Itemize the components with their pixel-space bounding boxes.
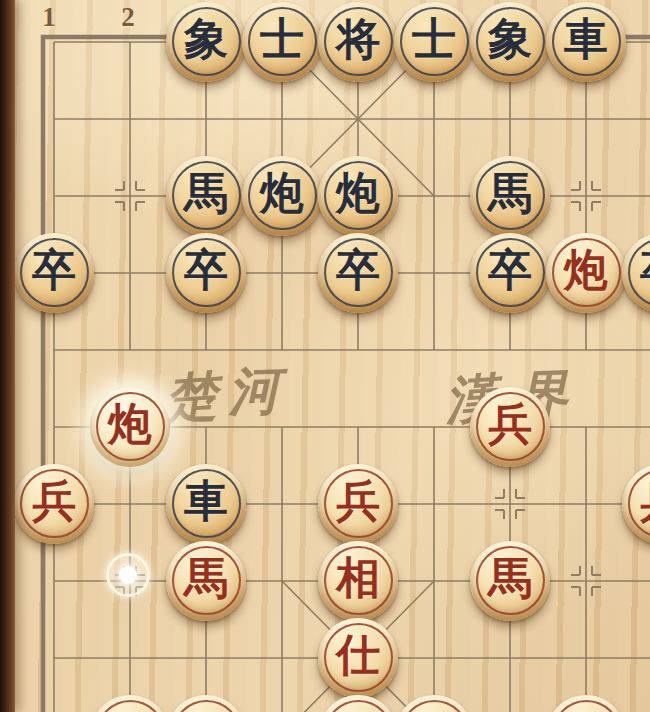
piece-red-soldier[interactable]: 兵 <box>14 464 94 544</box>
piece-character: 卒 <box>14 233 94 307</box>
piece-character: 象 <box>470 2 550 76</box>
piece-black-cannon[interactable]: 炮 <box>318 156 398 236</box>
piece-black-cannon[interactable]: 炮 <box>242 156 322 236</box>
piece-character: 将 <box>318 2 398 76</box>
piece-black-soldier[interactable]: 卒 <box>622 233 650 313</box>
piece-black-general[interactable]: 将 <box>318 2 398 82</box>
target-indicator-core <box>119 566 137 584</box>
piece-black-chariot[interactable]: 車 <box>166 464 246 544</box>
piece-black-soldier[interactable]: 卒 <box>14 233 94 313</box>
piece-red-horse[interactable]: 馬 <box>470 541 550 621</box>
piece-character: 炮 <box>90 387 170 461</box>
piece-character: 炮 <box>242 156 322 230</box>
piece-black-soldier[interactable]: 卒 <box>166 233 246 313</box>
board-left-edge <box>0 0 15 712</box>
piece-black-advisor[interactable]: 士 <box>242 2 322 82</box>
piece-character: 兵 <box>622 464 650 538</box>
piece-red-soldier[interactable]: 兵 <box>318 464 398 544</box>
piece-black-soldier[interactable]: 卒 <box>318 233 398 313</box>
piece-character: 炮 <box>318 156 398 230</box>
piece-black-advisor[interactable]: 士 <box>394 2 474 82</box>
piece-ring <box>400 700 469 712</box>
piece-character: 馬 <box>166 541 246 615</box>
piece-red-soldier[interactable]: 兵 <box>470 387 550 467</box>
piece-character: 兵 <box>318 464 398 538</box>
xiangqi-board: 1 2 楚 河 漢 界 象士将士象車馬炮炮馬卒卒卒卒炮卒炮兵兵車兵兵馬相馬仕 <box>0 0 650 712</box>
piece-black-chariot[interactable]: 車 <box>546 2 626 82</box>
pieces-layer: 象士将士象車馬炮炮馬卒卒卒卒炮卒炮兵兵車兵兵馬相馬仕 <box>0 0 650 712</box>
piece-red-advisor[interactable]: 仕 <box>318 618 398 698</box>
piece-red-elephant[interactable]: 相 <box>318 541 398 621</box>
piece-ring <box>552 700 621 712</box>
piece-character: 卒 <box>318 233 398 307</box>
piece-character: 卒 <box>470 233 550 307</box>
piece-ring <box>96 700 165 712</box>
piece-character: 兵 <box>470 387 550 461</box>
target-indicator[interactable] <box>106 553 150 597</box>
piece-character: 士 <box>242 2 322 76</box>
piece-red-unknown[interactable] <box>90 695 170 712</box>
piece-character: 卒 <box>166 233 246 307</box>
piece-character: 馬 <box>166 156 246 230</box>
piece-character: 卒 <box>622 233 650 307</box>
piece-ring <box>172 700 241 712</box>
piece-red-soldier[interactable]: 兵 <box>622 464 650 544</box>
piece-character: 兵 <box>14 464 94 538</box>
piece-character: 車 <box>546 2 626 76</box>
piece-red-cannon[interactable]: 炮 <box>90 387 170 467</box>
piece-character: 車 <box>166 464 246 538</box>
piece-red-unknown[interactable] <box>318 695 398 712</box>
piece-character: 象 <box>166 2 246 76</box>
piece-black-horse[interactable]: 馬 <box>166 156 246 236</box>
piece-black-soldier[interactable]: 卒 <box>470 233 550 313</box>
piece-black-horse[interactable]: 馬 <box>470 156 550 236</box>
piece-character: 相 <box>318 541 398 615</box>
piece-character: 士 <box>394 2 474 76</box>
piece-red-horse[interactable]: 馬 <box>166 541 246 621</box>
piece-ring <box>324 700 393 712</box>
piece-red-cannon[interactable]: 炮 <box>546 233 626 313</box>
piece-red-unknown[interactable] <box>166 695 246 712</box>
piece-red-unknown[interactable] <box>546 695 626 712</box>
piece-character: 馬 <box>470 156 550 230</box>
piece-character: 馬 <box>470 541 550 615</box>
piece-red-unknown[interactable] <box>394 695 474 712</box>
piece-character: 炮 <box>546 233 626 307</box>
piece-character: 仕 <box>318 618 398 692</box>
piece-black-elephant[interactable]: 象 <box>470 2 550 82</box>
piece-black-elephant[interactable]: 象 <box>166 2 246 82</box>
